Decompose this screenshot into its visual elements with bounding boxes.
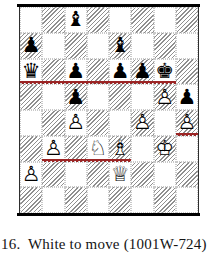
square-f7[interactable] [131, 33, 153, 59]
square-c5[interactable]: ♟ [65, 84, 87, 110]
square-b7[interactable] [42, 33, 64, 59]
piece-white-pawn: ♟♙ [131, 110, 153, 136]
red-squiggle-annotation [42, 159, 131, 162]
square-f4[interactable]: ♟♙ [131, 110, 153, 136]
square-d1[interactable] [87, 187, 109, 213]
piece-white-queen: ♛♕ [109, 162, 131, 188]
square-d7[interactable] [87, 33, 109, 59]
square-c7[interactable] [65, 33, 87, 59]
square-e5[interactable] [109, 84, 131, 110]
square-g1[interactable] [154, 187, 176, 213]
square-a3[interactable] [20, 136, 42, 162]
square-h7[interactable] [176, 33, 198, 59]
square-e4[interactable] [109, 110, 131, 136]
square-h3[interactable] [176, 136, 198, 162]
square-g3[interactable]: ♚♔ [154, 136, 176, 162]
red-squiggle-annotation [176, 133, 198, 136]
diagram-caption: 16. White to move (1001W-724) [1, 236, 207, 253]
square-a4[interactable] [20, 110, 42, 136]
square-e7[interactable]: ♝ [109, 33, 131, 59]
square-b8[interactable] [42, 7, 64, 33]
chess-diagram-figure: ♝♟♝♛♟♟♟♚♟♟♙♟♟♙♟♙♟♙♟♙♞♘♝♗♚♔♟♙♛♕ 16. White… [0, 0, 213, 258]
square-g5[interactable]: ♟♙ [154, 84, 176, 110]
square-a1[interactable] [20, 187, 42, 213]
square-g7[interactable] [154, 33, 176, 59]
square-d2[interactable] [87, 162, 109, 188]
square-a8[interactable] [20, 7, 42, 33]
square-c8[interactable]: ♝ [65, 7, 87, 33]
square-h5[interactable]: ♟ [176, 84, 198, 110]
square-d4[interactable] [87, 110, 109, 136]
square-f3[interactable] [131, 136, 153, 162]
square-c2[interactable] [65, 162, 87, 188]
square-a7[interactable]: ♟ [20, 33, 42, 59]
square-e8[interactable] [109, 7, 131, 33]
square-a2[interactable]: ♟♙ [20, 162, 42, 188]
square-e2[interactable]: ♛♕ [109, 162, 131, 188]
square-c4[interactable]: ♟♙ [65, 110, 87, 136]
square-g4[interactable] [154, 110, 176, 136]
piece-black-pawn: ♟ [65, 84, 87, 110]
square-b4[interactable] [42, 110, 64, 136]
bottom-rule [17, 213, 200, 216]
square-h1[interactable] [176, 187, 198, 213]
square-g2[interactable] [154, 162, 176, 188]
square-b1[interactable] [42, 187, 64, 213]
square-f2[interactable] [131, 162, 153, 188]
square-d8[interactable] [87, 7, 109, 33]
square-b5[interactable] [42, 84, 64, 110]
square-b2[interactable] [42, 162, 64, 188]
piece-white-king: ♚♔ [154, 136, 176, 162]
square-h2[interactable] [176, 162, 198, 188]
square-h8[interactable] [176, 7, 198, 33]
piece-black-pawn: ♟ [20, 33, 42, 59]
square-h6[interactable] [176, 59, 198, 85]
square-f8[interactable] [131, 7, 153, 33]
square-e1[interactable] [109, 187, 131, 213]
square-f5[interactable] [131, 84, 153, 110]
piece-black-pawn: ♟ [176, 84, 198, 110]
square-d5[interactable] [87, 84, 109, 110]
red-squiggle-annotation [20, 81, 176, 84]
piece-white-pawn: ♟♙ [154, 84, 176, 110]
piece-black-bishop: ♝ [109, 33, 131, 59]
piece-white-pawn: ♟♙ [65, 110, 87, 136]
piece-white-pawn: ♟♙ [20, 162, 42, 188]
square-c1[interactable] [65, 187, 87, 213]
square-f1[interactable] [131, 187, 153, 213]
piece-black-bishop: ♝ [65, 7, 87, 33]
square-a5[interactable] [20, 84, 42, 110]
square-g8[interactable] [154, 7, 176, 33]
chess-board: ♝♟♝♛♟♟♟♚♟♟♙♟♟♙♟♙♟♙♟♙♞♘♝♗♚♔♟♙♛♕ [19, 7, 199, 213]
